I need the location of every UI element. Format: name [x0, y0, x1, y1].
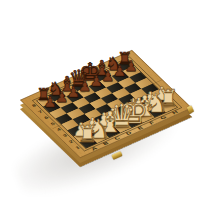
piece-white-knight-b1: ♞	[78, 116, 120, 142]
piece-black-bishop-c8: ♝	[51, 74, 83, 94]
piece-shadow	[67, 96, 75, 98]
piece-shadow	[106, 69, 117, 72]
piece-shadow	[91, 85, 99, 87]
piece-black-knight-g8: ♞	[98, 55, 128, 73]
piece-black-bishop-f8: ♝	[86, 58, 118, 78]
piece-shadow	[120, 115, 131, 118]
piece-white-pawn-e2: ♟	[112, 101, 142, 120]
piece-shadow	[154, 100, 165, 103]
piece-black-pawn-h7: ♟	[119, 59, 142, 73]
piece-white-rook-h1: ♜	[149, 87, 186, 110]
piece-shadow	[48, 95, 59, 98]
piece-shadow	[88, 136, 103, 140]
piece-white-bishop-c1: ♝	[88, 109, 134, 138]
piece-white-pawn-b2: ♟	[78, 116, 108, 135]
piece-shadow	[159, 105, 173, 108]
piece-white-pawn-c2: ♟	[89, 111, 119, 130]
piece-shadow	[114, 75, 122, 77]
piece-black-pawn-c7: ♟	[62, 85, 85, 99]
piece-shadow	[143, 105, 154, 108]
piece-shadow	[131, 110, 142, 113]
piece-black-pawn-a7: ♟	[39, 95, 62, 109]
piece-black-pawn-e7: ♟	[85, 74, 108, 88]
piece-shadow	[79, 91, 87, 93]
piece-shadow	[146, 110, 161, 114]
piece-shadow	[56, 101, 64, 103]
piece-shadow	[118, 64, 128, 66]
piece-shadow	[94, 74, 106, 77]
piece-white-bishop-f1: ♝	[122, 93, 168, 122]
piece-shadow	[37, 100, 47, 102]
product-photo: ABCDEFGH 12345678 ♜♞♝♛♚♝♞♜♟♟♟♟♟♟♟♟♟♟♟♟♟♟…	[0, 0, 200, 200]
piece-shadow	[97, 125, 108, 128]
piece-white-pawn-h2: ♟	[147, 85, 177, 104]
piece-black-rook-h8: ♜	[112, 51, 138, 67]
piece-white-queen-d1: ♛	[96, 101, 147, 133]
piece-black-king-e8: ♚	[71, 60, 110, 84]
piece-black-pawn-g7: ♟	[108, 64, 131, 78]
piece-black-queen-d8: ♛	[61, 67, 97, 90]
piece-shadow	[134, 115, 151, 119]
piece-black-pawn-d7: ♟	[73, 79, 96, 93]
piece-white-pawn-d2: ♟	[101, 106, 131, 125]
piece-black-knight-b8: ♞	[41, 80, 71, 98]
piece-black-pawn-f7: ♟	[96, 69, 119, 83]
piece-shadow	[108, 120, 119, 123]
piece-shadow	[59, 89, 71, 92]
piece-shadow	[80, 79, 94, 82]
piece-shadow	[102, 80, 110, 82]
piece-white-rook-a1: ♜	[69, 123, 106, 146]
piece-shadow	[125, 70, 133, 72]
piece-white-knight-g1: ♞	[136, 90, 178, 116]
piece-white-pawn-a2: ♟	[66, 121, 96, 140]
piece-shadow	[44, 106, 52, 108]
piece-black-pawn-b7: ♟	[50, 90, 73, 104]
piece-shadow	[85, 131, 96, 134]
piece-white-king-e1: ♚	[106, 94, 161, 128]
pieces-layer: ♜♞♝♛♚♝♞♜♟♟♟♟♟♟♟♟♟♟♟♟♟♟♟♟♜♞♝♛♚♝♞♜	[0, 0, 200, 200]
piece-shadow	[109, 125, 128, 129]
piece-shadow	[74, 136, 85, 139]
piece-shadow	[70, 84, 83, 87]
piece-white-pawn-f2: ♟	[124, 96, 154, 115]
piece-shadow	[78, 141, 92, 144]
piece-white-pawn-g2: ♟	[135, 90, 165, 109]
piece-shadow	[99, 131, 116, 135]
piece-shadow	[120, 120, 140, 125]
piece-black-rook-a8: ♜	[31, 87, 57, 103]
